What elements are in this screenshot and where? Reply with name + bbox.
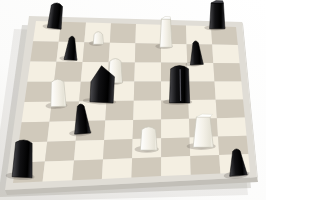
square-h4: [216, 100, 245, 119]
square-g1: [190, 155, 220, 175]
chessboard-photo: [0, 0, 266, 200]
square-a7: [30, 41, 58, 61]
square-d2: [103, 139, 133, 159]
square-a6: [27, 62, 56, 82]
square-h6: [213, 63, 241, 81]
square-e1: [132, 157, 162, 177]
square-e5: [134, 82, 161, 101]
square-d3: [104, 120, 133, 140]
square-f2: [161, 137, 190, 157]
square-b6: [54, 62, 83, 82]
scene-svg: [0, 0, 266, 200]
square-h7: [212, 45, 239, 64]
square-e8: [135, 24, 161, 44]
square-a5: [25, 82, 55, 102]
square-h5: [215, 81, 244, 99]
photo-background: { "game": "chess", "scene": { "setting":…: [0, 0, 320, 200]
square-g5: [188, 81, 216, 100]
square-c2: [74, 140, 104, 161]
square-b1: [43, 161, 74, 182]
square-d8: [110, 23, 136, 43]
square-a3: [19, 122, 50, 143]
square-c1: [72, 159, 103, 180]
square-h3: [217, 118, 247, 137]
square-d1: [102, 158, 132, 179]
square-e4: [133, 100, 161, 120]
square-f3: [161, 119, 190, 139]
square-e6: [134, 62, 161, 81]
square-f1: [161, 156, 191, 176]
square-b2: [45, 141, 76, 162]
